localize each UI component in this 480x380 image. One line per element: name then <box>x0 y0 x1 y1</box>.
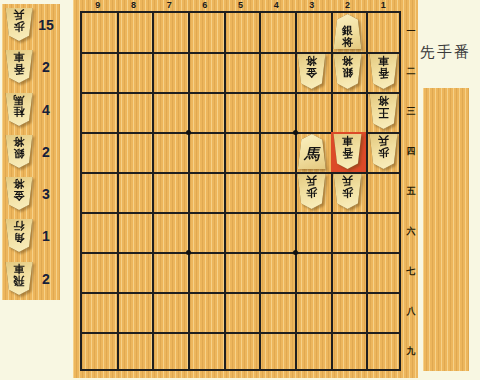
board-cell-4一[interactable] <box>259 12 295 52</box>
turn-indicator: 先手番 <box>420 43 471 62</box>
board-cell-5二[interactable] <box>224 52 260 92</box>
piece-kanji: 飛 車 <box>14 263 25 286</box>
board-cell-9八[interactable] <box>81 292 117 332</box>
piece-kanji: 歩 兵 <box>14 9 25 32</box>
board-cell-6九[interactable] <box>188 332 224 372</box>
hand-row-lance: 香 車2 <box>2 46 60 88</box>
rank-label-5: 五 <box>404 185 418 198</box>
gote-lance[interactable]: 香 車 <box>5 50 33 83</box>
gote-lance[interactable]: 香 車 <box>369 54 398 89</box>
piece-body: 歩 兵 <box>5 8 33 41</box>
file-label-5: 5 <box>223 0 259 10</box>
board-cell-9四[interactable] <box>81 132 117 172</box>
board-cell-3九[interactable] <box>295 332 331 372</box>
board-cell-5六[interactable] <box>224 212 260 252</box>
board-cell-1五[interactable] <box>366 172 402 212</box>
hand-count-lance: 2 <box>35 59 57 75</box>
sente-promoted-bishop[interactable]: 馬 <box>297 134 326 169</box>
piece-kanji: 金 将 <box>306 55 317 78</box>
piece-body: 銀 将 <box>333 54 362 89</box>
hand-row-gold: 金 将3 <box>2 173 60 215</box>
piece-kanji: 香 車 <box>14 51 25 74</box>
sente-silver[interactable]: 銀 将 <box>333 14 362 49</box>
gote-pawn[interactable]: 歩 兵 <box>297 174 326 209</box>
board-cell-4七[interactable] <box>259 252 295 292</box>
piece-body: 香 車 <box>369 54 398 89</box>
board-cell-5五[interactable] <box>224 172 260 212</box>
board-cell-7二[interactable] <box>152 52 188 92</box>
hand-count-bishop: 1 <box>35 228 57 244</box>
gote-rook[interactable]: 飛 車 <box>5 262 33 295</box>
board-cell-7五[interactable] <box>152 172 188 212</box>
hand-count-rook: 2 <box>35 271 57 287</box>
board-cell-9七[interactable] <box>81 252 117 292</box>
file-label-3: 3 <box>294 0 330 10</box>
board-cell-9六[interactable] <box>81 212 117 252</box>
piece-body: 王 将 <box>369 94 398 129</box>
piece-kanji: 銀 将 <box>342 55 353 78</box>
gote-pawn[interactable]: 歩 兵 <box>369 134 398 169</box>
board-cell-6八[interactable] <box>188 292 224 332</box>
file-label-9: 9 <box>80 0 116 10</box>
gote-king[interactable]: 王 将 <box>369 94 398 129</box>
board-cell-6六[interactable] <box>188 212 224 252</box>
board-cell-1一[interactable] <box>366 12 402 52</box>
board-cell-4三[interactable] <box>259 92 295 132</box>
piece-body: 銀 将 <box>333 14 362 49</box>
piece-kanji: 香 車 <box>342 135 353 158</box>
hand-row-pawn: 歩 兵15 <box>2 4 60 46</box>
piece-body: 香 車 <box>333 134 362 169</box>
hoshi-dot <box>186 130 191 135</box>
board-cell-8七[interactable] <box>117 252 153 292</box>
file-label-7: 7 <box>151 0 187 10</box>
piece-kanji: 銀 将 <box>342 25 353 48</box>
hand-row-knight: 桂 馬4 <box>2 89 60 131</box>
gote-silver[interactable]: 銀 将 <box>333 54 362 89</box>
board-cell-5一[interactable] <box>224 12 260 52</box>
board-cell-5四[interactable] <box>224 132 260 172</box>
board-cell-6七[interactable] <box>188 252 224 292</box>
hoshi-dot <box>293 250 298 255</box>
board-cell-4六[interactable] <box>259 212 295 252</box>
board-cell-9一[interactable] <box>81 12 117 52</box>
piece-body: 歩 兵 <box>297 174 326 209</box>
board-cell-6三[interactable] <box>188 92 224 132</box>
gote-knight[interactable]: 桂 馬 <box>5 93 33 126</box>
board-cell-7一[interactable] <box>152 12 188 52</box>
board-cell-8九[interactable] <box>117 332 153 372</box>
board-cell-8一[interactable] <box>117 12 153 52</box>
piece-body: 歩 兵 <box>333 174 362 209</box>
board-cell-3三[interactable] <box>295 92 331 132</box>
board-cell-8四[interactable] <box>117 132 153 172</box>
file-label-8: 8 <box>116 0 152 10</box>
file-label-2: 2 <box>330 0 366 10</box>
piece-kanji: 香 車 <box>378 55 389 78</box>
hand-count-knight: 4 <box>35 102 57 118</box>
board-cell-5三[interactable] <box>224 92 260 132</box>
rank-label-4: 四 <box>404 145 418 158</box>
piece-body: 金 将 <box>297 54 326 89</box>
board-cell-3六[interactable] <box>295 212 331 252</box>
piece-body: 香 車 <box>5 50 33 83</box>
piece-kanji: 角 行 <box>14 220 25 243</box>
board-cell-2六[interactable] <box>331 212 367 252</box>
board-cell-2七[interactable] <box>331 252 367 292</box>
board-cell-8八[interactable] <box>117 292 153 332</box>
board-cell-4八[interactable] <box>259 292 295 332</box>
board-cell-9三[interactable] <box>81 92 117 132</box>
hand-row-silver: 銀 将2 <box>2 131 60 173</box>
board-cell-4九[interactable] <box>259 332 295 372</box>
hand-count-pawn: 15 <box>35 17 57 33</box>
file-label-1: 1 <box>365 0 401 10</box>
rank-label-9: 九 <box>404 345 418 358</box>
shogi-board: 987654321一二三四五六七八九銀 将金 将銀 将香 車王 将馬香 車歩 兵… <box>73 0 418 378</box>
gote-gold[interactable]: 金 将 <box>297 54 326 89</box>
board-cell-2九[interactable] <box>331 332 367 372</box>
board-cell-3一[interactable] <box>295 12 331 52</box>
board-cell-9二[interactable] <box>81 52 117 92</box>
hoshi-dot <box>186 250 191 255</box>
board-cell-7八[interactable] <box>152 292 188 332</box>
piece-kanji: 歩 兵 <box>306 175 317 198</box>
rank-label-7: 七 <box>404 265 418 278</box>
board-cell-1八[interactable] <box>366 292 402 332</box>
gote-gold[interactable]: 金 将 <box>5 177 33 210</box>
board-cell-4四[interactable] <box>259 132 295 172</box>
board-cell-6五[interactable] <box>188 172 224 212</box>
board-cell-1七[interactable] <box>366 252 402 292</box>
file-label-6: 6 <box>187 0 223 10</box>
board-cell-6一[interactable] <box>188 12 224 52</box>
piece-kanji: 桂 馬 <box>14 94 25 117</box>
gote-bishop[interactable]: 角 行 <box>5 219 33 252</box>
rank-label-2: 二 <box>404 65 418 78</box>
piece-kanji: 歩 兵 <box>342 175 353 198</box>
piece-kanji: 王 将 <box>378 95 389 118</box>
gote-pawn[interactable]: 歩 兵 <box>333 174 362 209</box>
board-cell-7六[interactable] <box>152 212 188 252</box>
piece-body: 飛 車 <box>5 262 33 295</box>
board-cell-5八[interactable] <box>224 292 260 332</box>
sente-captured-tray <box>423 88 469 371</box>
board-cell-3七[interactable] <box>295 252 331 292</box>
board-cell-5七[interactable] <box>224 252 260 292</box>
board-cell-9五[interactable] <box>81 172 117 212</box>
piece-kanji: 歩 兵 <box>378 135 389 158</box>
piece-body: 歩 兵 <box>369 134 398 169</box>
board-cell-2三[interactable] <box>331 92 367 132</box>
board-cell-7三[interactable] <box>152 92 188 132</box>
piece-body: 角 行 <box>5 219 33 252</box>
rank-label-1: 一 <box>404 25 418 38</box>
board-cell-4二[interactable] <box>259 52 295 92</box>
piece-kanji: 銀 将 <box>14 136 25 159</box>
board-cell-6四[interactable] <box>188 132 224 172</box>
board-cell-7四[interactable] <box>152 132 188 172</box>
piece-body: 桂 馬 <box>5 93 33 126</box>
board-cell-8五[interactable] <box>117 172 153 212</box>
board-cell-8二[interactable] <box>117 52 153 92</box>
piece-body: 馬 <box>297 134 326 169</box>
hand-row-bishop: 角 行1 <box>2 215 60 257</box>
board-cell-7九[interactable] <box>152 332 188 372</box>
rank-label-8: 八 <box>404 305 418 318</box>
piece-body: 銀 将 <box>5 135 33 168</box>
gote-silver[interactable]: 銀 将 <box>5 135 33 168</box>
board-cell-4五[interactable] <box>259 172 295 212</box>
rank-label-6: 六 <box>404 225 418 238</box>
rank-label-3: 三 <box>404 105 418 118</box>
board-cell-3八[interactable] <box>295 292 331 332</box>
hand-row-rook: 飛 車2 <box>2 258 60 300</box>
board-cell-5九[interactable] <box>224 332 260 372</box>
gote-pawn[interactable]: 歩 兵 <box>5 8 33 41</box>
gote-lance[interactable]: 香 車 <box>333 134 362 169</box>
board-cell-8六[interactable] <box>117 212 153 252</box>
board-cell-6二[interactable] <box>188 52 224 92</box>
piece-body: 金 将 <box>5 177 33 210</box>
gote-captured-tray: 歩 兵15香 車2桂 馬4銀 将2金 将3角 行1飛 車2 <box>2 4 60 300</box>
board-cell-2八[interactable] <box>331 292 367 332</box>
board-cell-7七[interactable] <box>152 252 188 292</box>
piece-kanji: 馬 <box>304 146 319 168</box>
hand-count-silver: 2 <box>35 144 57 160</box>
board-cell-8三[interactable] <box>117 92 153 132</box>
board-cell-1九[interactable] <box>366 332 402 372</box>
hand-count-gold: 3 <box>35 186 57 202</box>
board-cell-9九[interactable] <box>81 332 117 372</box>
piece-kanji: 金 将 <box>14 178 25 201</box>
file-label-4: 4 <box>258 0 294 10</box>
board-cell-1六[interactable] <box>366 212 402 252</box>
